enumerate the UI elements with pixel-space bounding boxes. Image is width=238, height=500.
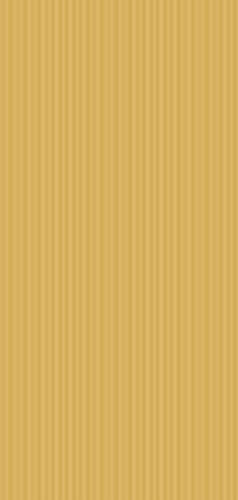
go-board-diagram <box>0 0 238 500</box>
